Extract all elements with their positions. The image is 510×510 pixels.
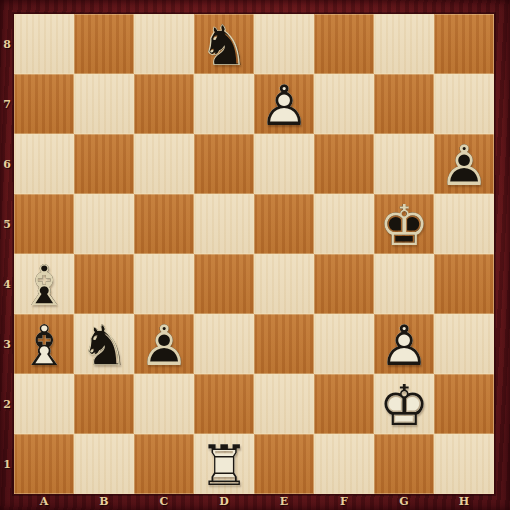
square-d2[interactable] [194,374,254,434]
chess-board: ♞♘♟♙♟♙♚♔♝♗♝♗♞♘♟♙♟♙♚♔♜♖ [14,14,494,494]
piece-outline: ♘ [194,16,254,76]
file-label: C [134,494,194,510]
square-d6[interactable] [194,134,254,194]
piece-outline: ♔ [374,376,434,436]
square-g6[interactable] [374,134,434,194]
square-e8[interactable] [254,14,314,74]
square-c6[interactable] [134,134,194,194]
piece-white-bishop[interactable]: ♝♗ [14,314,74,374]
square-c3[interactable]: ♟♙ [134,314,194,374]
square-f6[interactable] [314,134,374,194]
rank-label: 7 [0,74,14,134]
square-b5[interactable] [74,194,134,254]
square-e3[interactable] [254,314,314,374]
square-g7[interactable] [374,74,434,134]
square-a4[interactable]: ♝♗ [14,254,74,314]
square-e4[interactable] [254,254,314,314]
square-h7[interactable] [434,74,494,134]
square-g8[interactable] [374,14,434,74]
square-b8[interactable] [74,14,134,74]
square-f7[interactable] [314,74,374,134]
piece-white-pawn[interactable]: ♟♙ [374,314,434,374]
rank-label: 6 [0,134,14,194]
piece-white-rook[interactable]: ♜♖ [194,434,254,494]
square-a2[interactable] [14,374,74,434]
square-c7[interactable] [134,74,194,134]
square-g4[interactable] [374,254,434,314]
rank-label: 3 [0,314,14,374]
piece-black-knight[interactable]: ♞♘ [74,314,134,374]
square-e6[interactable] [254,134,314,194]
square-h5[interactable] [434,194,494,254]
square-e1[interactable] [254,434,314,494]
square-f8[interactable] [314,14,374,74]
square-d7[interactable] [194,74,254,134]
file-label: G [374,494,434,510]
square-e2[interactable] [254,374,314,434]
square-b6[interactable] [74,134,134,194]
rank-label: 2 [0,374,14,434]
square-h3[interactable] [434,314,494,374]
square-e7[interactable]: ♟♙ [254,74,314,134]
square-d8[interactable]: ♞♘ [194,14,254,74]
square-f5[interactable] [314,194,374,254]
square-c2[interactable] [134,374,194,434]
square-h1[interactable] [434,434,494,494]
square-a1[interactable] [14,434,74,494]
square-a6[interactable] [14,134,74,194]
file-label: F [314,494,374,510]
rank-label: 5 [0,194,14,254]
piece-black-bishop[interactable]: ♝♗ [14,254,74,314]
piece-outline: ♘ [74,316,134,376]
square-f3[interactable] [314,314,374,374]
rank-label: 4 [0,254,14,314]
square-d3[interactable] [194,314,254,374]
square-h4[interactable] [434,254,494,314]
square-c1[interactable] [134,434,194,494]
square-b2[interactable] [74,374,134,434]
square-f4[interactable] [314,254,374,314]
square-c5[interactable] [134,194,194,254]
rank-label: 1 [0,434,14,494]
square-e5[interactable] [254,194,314,254]
square-a8[interactable] [14,14,74,74]
square-d5[interactable] [194,194,254,254]
piece-outline: ♙ [434,136,494,196]
square-a5[interactable] [14,194,74,254]
square-h2[interactable] [434,374,494,434]
file-label: B [74,494,134,510]
piece-black-king[interactable]: ♚♔ [374,194,434,254]
square-b1[interactable] [74,434,134,494]
file-label: A [14,494,74,510]
square-c8[interactable] [134,14,194,74]
board-frame: 87654321 ♞♘♟♙♟♙♚♔♝♗♝♗♞♘♟♙♟♙♚♔♜♖ ABCDEFGH [0,0,510,510]
file-label: E [254,494,314,510]
rank-label: 8 [0,14,14,74]
square-c4[interactable] [134,254,194,314]
square-b3[interactable]: ♞♘ [74,314,134,374]
piece-black-pawn[interactable]: ♟♙ [134,314,194,374]
square-f2[interactable] [314,374,374,434]
square-d4[interactable] [194,254,254,314]
piece-outline: ♔ [374,196,434,256]
square-a3[interactable]: ♝♗ [14,314,74,374]
square-h8[interactable] [434,14,494,74]
piece-outline: ♗ [14,256,74,316]
piece-outline: ♗ [14,316,74,376]
piece-black-pawn[interactable]: ♟♙ [434,134,494,194]
square-g5[interactable]: ♚♔ [374,194,434,254]
piece-outline: ♖ [194,436,254,496]
square-h6[interactable]: ♟♙ [434,134,494,194]
piece-outline: ♙ [254,76,314,136]
piece-outline: ♙ [374,316,434,376]
square-g3[interactable]: ♟♙ [374,314,434,374]
piece-white-pawn[interactable]: ♟♙ [254,74,314,134]
file-labels: ABCDEFGH [14,494,494,510]
file-label: H [434,494,494,510]
square-f1[interactable] [314,434,374,494]
square-b4[interactable] [74,254,134,314]
piece-black-knight[interactable]: ♞♘ [194,14,254,74]
square-g1[interactable] [374,434,434,494]
square-d1[interactable]: ♜♖ [194,434,254,494]
square-g2[interactable]: ♚♔ [374,374,434,434]
rank-labels: 87654321 [0,14,14,494]
square-b7[interactable] [74,74,134,134]
square-a7[interactable] [14,74,74,134]
piece-white-king[interactable]: ♚♔ [374,374,434,434]
piece-outline: ♙ [134,316,194,376]
